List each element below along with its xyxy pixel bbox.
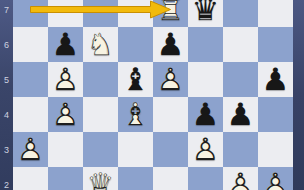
square-g6[interactable]	[223, 27, 258, 62]
square-b7[interactable]	[48, 0, 83, 27]
square-b3[interactable]	[48, 132, 83, 167]
piece-black-bishop-d5[interactable]: ♝	[118, 62, 153, 97]
piece-white-bishop-d4[interactable]: ♝♗	[118, 97, 153, 132]
piece-white-pawn-a3[interactable]: ♟♙	[13, 132, 48, 167]
square-d2[interactable]	[118, 167, 153, 190]
rank-label-2: 2	[0, 180, 13, 190]
piece-white-knight-c6[interactable]: ♞♘	[83, 27, 118, 62]
square-f5[interactable]	[188, 62, 223, 97]
piece-black-pawn-h5[interactable]: ♟	[258, 62, 293, 97]
square-f6[interactable]	[188, 27, 223, 62]
square-c5[interactable]	[83, 62, 118, 97]
square-h7[interactable]	[258, 0, 293, 27]
piece-black-pawn-e6[interactable]: ♟	[153, 27, 188, 62]
piece-black-pawn-g4[interactable]: ♟	[223, 97, 258, 132]
piece-black-queen-f7[interactable]: ♛	[188, 0, 223, 27]
square-d7[interactable]	[118, 0, 153, 27]
piece-white-pawn-b5[interactable]: ♟♙	[48, 62, 83, 97]
piece-white-pawn-h2[interactable]: ♟♙	[258, 167, 293, 190]
square-d6[interactable]	[118, 27, 153, 62]
square-b2[interactable]	[48, 167, 83, 190]
chess-gui-panel: 765432 ♜♖♛♟♞♘♟♟♙♝♟♙♟♟♙♝♗♟♟♟♙♟♙♛♕♟♙♟♙	[0, 0, 304, 190]
rank-label-4: 4	[0, 110, 13, 120]
square-c7[interactable]	[83, 0, 118, 27]
square-e4[interactable]	[153, 97, 188, 132]
piece-white-pawn-g2[interactable]: ♟♙	[223, 167, 258, 190]
square-g3[interactable]	[223, 132, 258, 167]
square-a5[interactable]	[13, 62, 48, 97]
rank-label-3: 3	[0, 145, 13, 155]
piece-white-pawn-b4[interactable]: ♟♙	[48, 97, 83, 132]
chess-board[interactable]: ♜♖♛♟♞♘♟♟♙♝♟♙♟♟♙♝♗♟♟♟♙♟♙♛♕♟♙♟♙	[13, 0, 293, 190]
square-d3[interactable]	[118, 132, 153, 167]
square-e2[interactable]	[153, 167, 188, 190]
square-g7[interactable]	[223, 0, 258, 27]
square-c3[interactable]	[83, 132, 118, 167]
rank-label-6: 6	[0, 40, 13, 50]
square-f2[interactable]	[188, 167, 223, 190]
board-right-border	[293, 0, 304, 190]
square-h4[interactable]	[258, 97, 293, 132]
square-a7[interactable]	[13, 0, 48, 27]
square-a4[interactable]	[13, 97, 48, 132]
piece-white-pawn-f3[interactable]: ♟♙	[188, 132, 223, 167]
rank-label-5: 5	[0, 75, 13, 85]
piece-white-queen-c2[interactable]: ♛♕	[83, 167, 118, 190]
piece-white-rook-e7[interactable]: ♜♖	[153, 0, 188, 27]
square-g5[interactable]	[223, 62, 258, 97]
square-h3[interactable]	[258, 132, 293, 167]
piece-black-pawn-b6[interactable]: ♟	[48, 27, 83, 62]
square-c4[interactable]	[83, 97, 118, 132]
square-a2[interactable]	[13, 167, 48, 190]
square-h6[interactable]	[258, 27, 293, 62]
square-a6[interactable]	[13, 27, 48, 62]
square-e3[interactable]	[153, 132, 188, 167]
piece-white-pawn-e5[interactable]: ♟♙	[153, 62, 188, 97]
rank-label-7: 7	[0, 5, 13, 15]
piece-black-pawn-f4[interactable]: ♟	[188, 97, 223, 132]
rank-label-strip: 765432	[0, 0, 13, 190]
